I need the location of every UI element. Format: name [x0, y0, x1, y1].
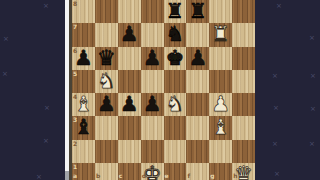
- square-e7[interactable]: ♞: [164, 23, 187, 46]
- piece-black-rook[interactable]: ♜: [188, 1, 207, 22]
- square-e5[interactable]: [164, 70, 187, 93]
- square-b2[interactable]: [95, 140, 118, 163]
- sparkle-icon: ×: [2, 71, 8, 78]
- square-a4[interactable]: 4♝: [72, 93, 95, 116]
- piece-black-king[interactable]: ♚: [166, 48, 185, 69]
- square-f5[interactable]: [186, 70, 209, 93]
- piece-black-rook[interactable]: ♜: [166, 1, 185, 22]
- square-g7[interactable]: ♜: [209, 23, 232, 46]
- square-h5[interactable]: [232, 70, 255, 93]
- piece-black-pawn[interactable]: ♟: [74, 48, 93, 69]
- square-b3[interactable]: [95, 116, 118, 139]
- square-h8[interactable]: [232, 0, 255, 23]
- sparkle-icon: ×: [274, 171, 280, 178]
- piece-black-knight[interactable]: ♞: [166, 24, 185, 45]
- square-f3[interactable]: [186, 116, 209, 139]
- square-f6[interactable]: ♟: [186, 47, 209, 70]
- square-c8[interactable]: [118, 0, 141, 23]
- piece-black-pawn[interactable]: ♟: [188, 48, 207, 69]
- square-c4[interactable]: ♟: [118, 93, 141, 116]
- piece-black-pawn[interactable]: ♟: [143, 48, 162, 69]
- square-a2[interactable]: 2: [72, 140, 95, 163]
- square-g2[interactable]: [209, 140, 232, 163]
- square-e1[interactable]: e: [164, 163, 187, 180]
- video-background: { "game": { "name": "chess", "position":…: [0, 0, 320, 180]
- square-d1[interactable]: d♚: [141, 163, 164, 180]
- square-d2[interactable]: [141, 140, 164, 163]
- square-g6[interactable]: [209, 47, 232, 70]
- square-f8[interactable]: ♜: [186, 0, 209, 23]
- square-b8[interactable]: [95, 0, 118, 23]
- sparkle-icon: ×: [276, 3, 282, 10]
- sparkle-icon: ×: [272, 73, 278, 80]
- sparkle-icon: ×: [43, 3, 49, 10]
- square-c1[interactable]: c: [118, 163, 141, 180]
- square-d3[interactable]: [141, 116, 164, 139]
- file-label-c: c: [119, 173, 123, 179]
- file-label-b: b: [96, 173, 100, 179]
- rank-label-5: 5: [73, 71, 77, 77]
- piece-white-pawn[interactable]: ♟: [211, 94, 230, 115]
- sparkle-icon: ×: [309, 141, 315, 148]
- square-e3[interactable]: [164, 116, 187, 139]
- piece-black-pawn[interactable]: ♟: [120, 94, 139, 115]
- square-g5[interactable]: [209, 70, 232, 93]
- piece-white-bishop[interactable]: ♝: [211, 117, 230, 138]
- square-a1[interactable]: 1a: [72, 163, 95, 180]
- square-d6[interactable]: ♟: [141, 47, 164, 70]
- sparkle-icon: ×: [36, 174, 42, 180]
- piece-black-pawn[interactable]: ♟: [143, 94, 162, 115]
- square-h6[interactable]: [232, 47, 255, 70]
- square-d4[interactable]: ♟: [141, 93, 164, 116]
- square-h3[interactable]: [232, 116, 255, 139]
- sparkle-icon: ×: [43, 138, 49, 145]
- square-e8[interactable]: ♜: [164, 0, 187, 23]
- file-label-g: g: [210, 173, 214, 179]
- rank-label-8: 8: [73, 1, 77, 7]
- sparkle-icon: ×: [3, 36, 9, 43]
- square-a8[interactable]: 8: [72, 0, 95, 23]
- piece-black-queen[interactable]: ♛: [97, 48, 116, 69]
- square-g3[interactable]: ♝: [209, 116, 232, 139]
- square-h2[interactable]: [232, 140, 255, 163]
- square-a3[interactable]: 3♝: [72, 116, 95, 139]
- square-f4[interactable]: [186, 93, 209, 116]
- square-c2[interactable]: [118, 140, 141, 163]
- rank-label-2: 2: [73, 141, 77, 147]
- square-g1[interactable]: g: [209, 163, 232, 180]
- rank-label-7: 7: [73, 24, 77, 30]
- piece-black-pawn[interactable]: ♟: [120, 24, 139, 45]
- square-c5[interactable]: [118, 70, 141, 93]
- square-e6[interactable]: ♚: [164, 47, 187, 70]
- square-f1[interactable]: f: [186, 163, 209, 180]
- piece-white-knight[interactable]: ♞: [97, 71, 116, 92]
- piece-white-bishop[interactable]: ♝: [74, 94, 93, 115]
- piece-white-king[interactable]: ♚: [143, 164, 162, 180]
- sparkle-icon: ×: [309, 35, 315, 42]
- file-label-e: e: [165, 173, 169, 179]
- square-e4[interactable]: ♞: [164, 93, 187, 116]
- square-d7[interactable]: [141, 23, 164, 46]
- piece-white-knight[interactable]: ♞: [166, 94, 185, 115]
- square-a6[interactable]: 6♟: [72, 47, 95, 70]
- square-b1[interactable]: b: [95, 163, 118, 180]
- square-d8[interactable]: [141, 0, 164, 23]
- square-b6[interactable]: ♛: [95, 47, 118, 70]
- square-h1[interactable]: h♛: [232, 163, 255, 180]
- square-f2[interactable]: [186, 140, 209, 163]
- sparkle-icon: ×: [310, 106, 316, 113]
- square-b7[interactable]: [95, 23, 118, 46]
- square-e2[interactable]: [164, 140, 187, 163]
- chess-board: 8♜♜7♟♞♜6♟♛♟♚♟5♞4♝♟♟♟♞♟3♝♝21abcd♚efgh♛: [72, 0, 255, 180]
- board-clip: 8♜♜7♟♞♜6♟♛♟♚♟5♞4♝♟♟♟♞♟3♝♝21abcd♚efgh♛: [72, 0, 255, 180]
- square-c6[interactable]: [118, 47, 141, 70]
- square-a5[interactable]: 5: [72, 70, 95, 93]
- file-label-f: f: [187, 173, 190, 179]
- square-h7[interactable]: [232, 23, 255, 46]
- rank-label-1: 1: [73, 164, 77, 170]
- square-b4[interactable]: ♟: [95, 93, 118, 116]
- piece-white-queen[interactable]: ♛: [234, 164, 253, 180]
- sparkle-icon: ×: [272, 141, 278, 148]
- square-d5[interactable]: [141, 70, 164, 93]
- square-b5[interactable]: ♞: [95, 70, 118, 93]
- piece-black-bishop[interactable]: ♝: [74, 117, 93, 138]
- square-c7[interactable]: ♟: [118, 23, 141, 46]
- square-a7[interactable]: 7: [72, 23, 95, 46]
- square-g4[interactable]: ♟: [209, 93, 232, 116]
- sparkle-icon: ×: [273, 105, 279, 112]
- square-g8[interactable]: [209, 0, 232, 23]
- sparkle-icon: ×: [310, 73, 316, 80]
- file-label-a: a: [73, 173, 77, 179]
- piece-white-rook[interactable]: ♜: [211, 24, 230, 45]
- square-f7[interactable]: [186, 23, 209, 46]
- square-h4[interactable]: [232, 93, 255, 116]
- piece-black-pawn[interactable]: ♟: [97, 94, 116, 115]
- square-c3[interactable]: [118, 116, 141, 139]
- sparkle-icon: ×: [44, 105, 50, 112]
